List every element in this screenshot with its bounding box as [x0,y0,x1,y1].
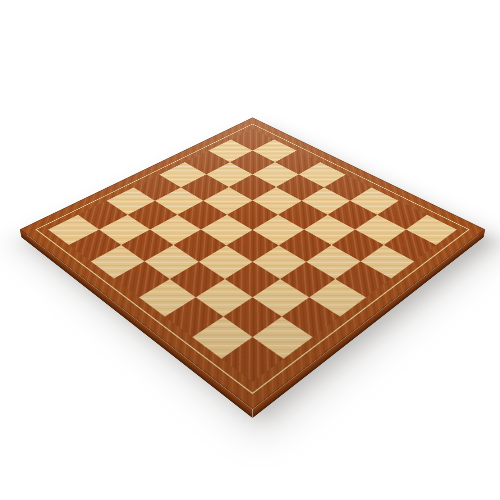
square-e1 [139,279,196,317]
square-d2 [145,245,199,279]
square-g3 [253,279,310,317]
square-g5 [306,245,360,279]
square-h7 [384,230,436,262]
square-h2 [253,316,313,358]
square-g1 [192,316,252,358]
square-h6 [360,245,414,279]
square-f5 [279,230,331,262]
square-h1 [221,337,283,382]
square-h3 [282,297,341,337]
square-c1 [91,245,145,279]
board-field [48,129,457,382]
board-top-surface [20,118,485,410]
square-f4 [253,245,307,279]
square-e4 [226,230,278,262]
square-f2 [196,279,253,317]
square-f1 [165,297,224,337]
product-photo-scene: Empty wooden chess board with mahogany f… [0,0,500,500]
square-e3 [199,245,253,279]
square-b1 [69,230,121,262]
square-e2 [169,261,224,297]
square-d1 [114,261,169,297]
square-f3 [225,261,280,297]
square-h4 [309,279,366,317]
square-g6 [331,230,383,262]
square-d3 [174,230,226,262]
square-g4 [280,261,335,297]
square-g2 [223,297,282,337]
chess-board [20,118,485,410]
square-h5 [336,261,391,297]
square-c2 [121,230,173,262]
